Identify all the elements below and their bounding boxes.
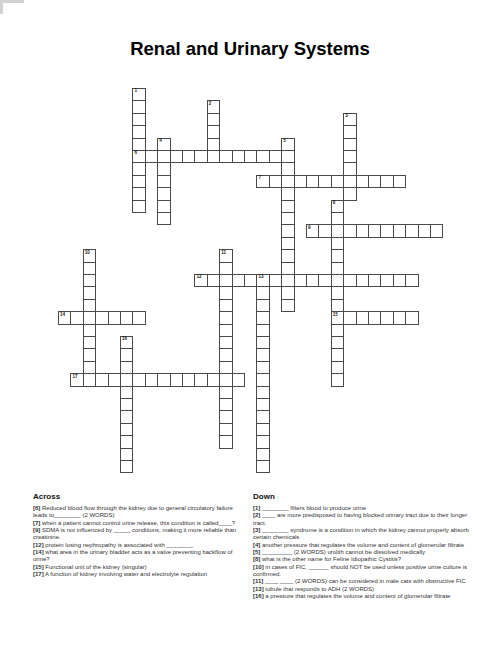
grid-cell[interactable]	[331, 175, 344, 188]
grid-cell[interactable]	[256, 150, 269, 163]
grid-cell[interactable]	[256, 336, 269, 349]
grid-cell[interactable]	[256, 386, 269, 399]
grid-cell[interactable]	[83, 336, 96, 349]
clue-item: [9] SDMA is not influenced by _____ cond…	[33, 527, 246, 542]
grid-cell[interactable]	[120, 348, 133, 361]
grid-cell[interactable]	[219, 348, 232, 361]
grid-cell[interactable]	[83, 348, 96, 361]
grid-cell[interactable]: 6	[132, 150, 145, 163]
grid-cell[interactable]: 9	[306, 224, 319, 237]
grid-cell[interactable]	[380, 175, 393, 188]
grid-cell[interactable]	[393, 175, 406, 188]
grid-cell[interactable]	[219, 336, 232, 349]
grid-cell[interactable]	[83, 324, 96, 337]
grid-cell[interactable]	[219, 299, 232, 312]
grid-cell[interactable]	[418, 224, 431, 237]
grid-cell[interactable]	[120, 386, 133, 399]
grid-cell[interactable]: 5	[281, 138, 294, 151]
grid-cell[interactable]	[331, 262, 344, 275]
cell-clue-number: 7	[258, 176, 261, 181]
grid-cell[interactable]: 15	[331, 311, 344, 324]
grid-cell[interactable]	[120, 448, 133, 461]
clue-number: [13]	[253, 586, 264, 592]
clue-item: [16] a pressure that regulates the volum…	[253, 593, 471, 600]
down-clue-list: [1] ________ filters blood to produce ur…	[253, 505, 471, 600]
grid-cell[interactable]	[132, 200, 145, 213]
grid-cell[interactable]	[343, 138, 356, 151]
grid-cell[interactable]	[157, 200, 170, 213]
across-clues-column: Across [6] Reduced blood flow through th…	[33, 492, 246, 578]
grid-cell[interactable]	[405, 311, 418, 324]
clue-number: [17]	[33, 571, 44, 577]
grid-cell[interactable]	[356, 274, 369, 287]
grid-cell[interactable]	[120, 435, 133, 448]
clue-number: [16]	[253, 593, 264, 599]
grid-cell[interactable]	[281, 175, 294, 188]
grid-cell[interactable]	[207, 125, 220, 138]
grid-cell[interactable]	[170, 373, 183, 386]
grid-cell[interactable]: 1	[132, 88, 145, 101]
grid-cell[interactable]	[331, 336, 344, 349]
grid-cell[interactable]	[194, 150, 207, 163]
cell-clue-number: 3	[345, 114, 348, 119]
grid-cell[interactable]	[331, 361, 344, 374]
cell-clue-number: 2	[209, 102, 212, 107]
grid-cell[interactable]	[83, 286, 96, 299]
grid-cell[interactable]	[207, 274, 220, 287]
grid-cell[interactable]	[281, 224, 294, 237]
grid-cell[interactable]	[281, 274, 294, 287]
crossword-page: Renal and Urinary Systems 12345678910111…	[0, 0, 500, 647]
clue-item: [5] _________ (2 WORDS) urolith cannot b…	[253, 549, 471, 556]
grid-cell[interactable]	[83, 299, 96, 312]
cell-clue-number: 15	[333, 313, 338, 318]
grid-cell[interactable]	[207, 373, 220, 386]
grid-cell[interactable]	[256, 435, 269, 448]
grid-cell[interactable]: 13	[256, 274, 269, 287]
grid-cell[interactable]	[343, 187, 356, 200]
clue-item: [17] A function of kidney involving wate…	[33, 571, 246, 578]
grid-cell[interactable]	[356, 224, 369, 237]
grid-cell[interactable]	[306, 175, 319, 188]
clue-number: [7]	[33, 520, 40, 526]
grid-cell[interactable]	[256, 398, 269, 411]
clue-number: [15]	[33, 564, 44, 570]
grid-cell[interactable]	[343, 274, 356, 287]
grid-cell[interactable]	[343, 224, 356, 237]
grid-cell[interactable]	[157, 150, 170, 163]
grid-cell[interactable]	[108, 373, 121, 386]
grid-cell[interactable]	[219, 373, 232, 386]
grid-cell[interactable]	[368, 311, 381, 324]
grid-cell[interactable]	[120, 423, 133, 436]
grid-cell[interactable]	[318, 175, 331, 188]
grid-cell[interactable]	[368, 224, 381, 237]
grid-cell[interactable]	[70, 311, 83, 324]
grid-cell[interactable]	[132, 373, 145, 386]
grid-cell[interactable]	[294, 274, 307, 287]
cell-clue-number: 14	[60, 313, 65, 318]
grid-cell[interactable]	[256, 460, 269, 473]
grid-cell[interactable]	[145, 150, 158, 163]
grid-cell[interactable]	[343, 125, 356, 138]
grid-cell[interactable]	[207, 138, 220, 151]
grid-cell[interactable]	[83, 373, 96, 386]
grid-cell[interactable]	[132, 138, 145, 151]
cell-clue-number: 9	[308, 226, 311, 231]
grid-cell[interactable]	[306, 274, 319, 287]
grid-cell[interactable]	[256, 361, 269, 374]
grid-cell[interactable]	[393, 224, 406, 237]
clue-item: [13] tubule that responds to ADH (2 WORD…	[253, 586, 471, 593]
grid-cell[interactable]	[256, 324, 269, 337]
cell-clue-number: 13	[258, 275, 263, 280]
clue-number: [14]	[33, 549, 44, 555]
grid-cell[interactable]	[343, 175, 356, 188]
grid-cell[interactable]	[281, 212, 294, 225]
grid-cell[interactable]	[157, 373, 170, 386]
page-title: Renal and Urinary Systems	[0, 38, 500, 60]
grid-cell[interactable]	[219, 423, 232, 436]
grid-cell[interactable]	[232, 274, 245, 287]
grid-cell[interactable]	[232, 373, 245, 386]
grid-cell[interactable]	[219, 386, 232, 399]
cell-clue-number: 11	[221, 251, 226, 256]
cell-clue-number: 5	[283, 139, 286, 144]
clue-item: [15] Functional unit of the kidney (sing…	[33, 564, 246, 571]
clue-number: [8]	[253, 556, 260, 562]
grid-cell[interactable]	[132, 113, 145, 126]
grid-cell[interactable]: 4	[157, 138, 170, 151]
grid-cell[interactable]	[256, 410, 269, 423]
clue-number: [11]	[253, 578, 263, 584]
grid-cell[interactable]	[194, 373, 207, 386]
grid-cell[interactable]	[331, 299, 344, 312]
clue-item: [6] Reduced blood flow through the kidne…	[33, 505, 246, 520]
grid-cell[interactable]	[95, 373, 108, 386]
cell-clue-number: 10	[85, 251, 90, 256]
down-header: Down	[253, 492, 471, 501]
grid-cell[interactable]	[120, 410, 133, 423]
grid-cell[interactable]	[343, 162, 356, 175]
grid-cell[interactable]	[405, 224, 418, 237]
grid-cell[interactable]	[120, 373, 133, 386]
grid-cell[interactable]	[281, 286, 294, 299]
grid-cell[interactable]	[219, 410, 232, 423]
grid-cell[interactable]	[256, 299, 269, 312]
grid-cell[interactable]	[380, 224, 393, 237]
grid-cell[interactable]	[331, 224, 344, 237]
grid-cell[interactable]	[343, 150, 356, 163]
grid-cell[interactable]	[331, 373, 344, 386]
grid-cell[interactable]	[83, 274, 96, 287]
clue-number: [1]	[253, 505, 260, 511]
grid-cell[interactable]	[207, 113, 220, 126]
grid-cell[interactable]	[281, 150, 294, 163]
grid-cell[interactable]	[331, 348, 344, 361]
clue-number: [5]	[253, 549, 260, 555]
grid-cell[interactable]	[380, 274, 393, 287]
grid-cell[interactable]	[281, 299, 294, 312]
grid-cell[interactable]	[132, 125, 145, 138]
grid-cell[interactable]	[256, 286, 269, 299]
grid-cell[interactable]	[120, 460, 133, 473]
clue-item: [3] ________ syndrome is a condition in …	[253, 527, 471, 542]
grid-cell[interactable]	[281, 162, 294, 175]
clue-item: [12] protein losing nephropathy is assoc…	[33, 542, 246, 549]
grid-cell[interactable]	[182, 150, 195, 163]
clue-item: [2] ____ are more predisposed to having …	[253, 512, 471, 527]
grid-cell[interactable]	[269, 175, 282, 188]
grid-cell[interactable]	[331, 212, 344, 225]
grid-cell[interactable]: 7	[256, 175, 269, 188]
cell-clue-number: 6	[134, 151, 137, 156]
cell-clue-number: 1	[134, 89, 137, 94]
grid-cell[interactable]	[132, 175, 145, 188]
grid-cell[interactable]	[318, 224, 331, 237]
grid-cell[interactable]	[120, 311, 133, 324]
grid-cell[interactable]	[132, 100, 145, 113]
clue-item: [1] ________ filters blood to produce ur…	[253, 505, 471, 512]
grid-cell[interactable]	[244, 274, 257, 287]
grid-cell[interactable]	[294, 175, 307, 188]
grid-cell[interactable]: 17	[70, 373, 83, 386]
clue-item: [11] ____ ____ (2 WORDS) can be consider…	[253, 578, 471, 585]
grid-cell[interactable]: 16	[120, 336, 133, 349]
grid-cell[interactable]	[182, 373, 195, 386]
grid-cell[interactable]	[281, 187, 294, 200]
grid-cell[interactable]	[256, 373, 269, 386]
clue-number: [12]	[33, 542, 44, 548]
down-clues-column: Down [1] ________ filters blood to produ…	[253, 492, 471, 600]
grid-cell[interactable]	[281, 237, 294, 250]
grid-cell[interactable]	[232, 150, 245, 163]
cell-clue-number: 4	[159, 139, 162, 144]
crossword-grid: 1234567891011121314151617	[58, 88, 443, 474]
grid-cell[interactable]	[343, 311, 356, 324]
grid-cell[interactable]	[331, 249, 344, 262]
grid-cell[interactable]	[380, 311, 393, 324]
grid-cell[interactable]	[256, 311, 269, 324]
corner-artifact	[0, 0, 24, 14]
clue-number: [2]	[253, 512, 260, 518]
grid-cell[interactable]: 8	[331, 200, 344, 213]
cell-clue-number: 17	[72, 375, 77, 380]
grid-cell[interactable]	[170, 150, 183, 163]
cell-clue-number: 12	[196, 275, 201, 280]
grid-cell[interactable]	[368, 274, 381, 287]
clue-item: [10] in cases of FIC, ______ should NOT …	[253, 564, 471, 579]
grid-cell[interactable]	[256, 423, 269, 436]
grid-cell[interactable]	[244, 150, 257, 163]
grid-cell[interactable]	[219, 361, 232, 374]
grid-cell[interactable]	[281, 249, 294, 262]
grid-cell[interactable]	[269, 150, 282, 163]
grid-cell[interactable]	[207, 150, 220, 163]
grid-cell[interactable]	[157, 187, 170, 200]
grid-cell[interactable]	[269, 274, 282, 287]
grid-cell[interactable]	[120, 361, 133, 374]
clue-number: [4]	[253, 542, 260, 548]
grid-cell[interactable]: 3	[343, 113, 356, 126]
grid-cell[interactable]	[331, 324, 344, 337]
clue-number: [3]	[253, 527, 260, 533]
grid-cell[interactable]	[108, 311, 121, 324]
grid-cell[interactable]	[356, 311, 369, 324]
grid-cell[interactable]	[256, 448, 269, 461]
grid-cell[interactable]	[83, 361, 96, 374]
clue-item: [14] what area in the urinary bladder ac…	[33, 549, 246, 564]
grid-cell[interactable]	[281, 200, 294, 213]
grid-cell[interactable]: 10	[83, 249, 96, 262]
grid-cell[interactable]	[219, 150, 232, 163]
clue-number: [9]	[33, 527, 40, 533]
grid-cell[interactable]	[219, 286, 232, 299]
grid-cell[interactable]	[368, 175, 381, 188]
cell-clue-number: 16	[122, 337, 127, 342]
across-clue-list: [6] Reduced blood flow through the kidne…	[33, 505, 246, 578]
clue-item: [7] when a patient cannot control urine …	[33, 520, 246, 527]
grid-cell[interactable]	[318, 274, 331, 287]
grid-cell[interactable]: 2	[207, 100, 220, 113]
grid-cell[interactable]: 11	[219, 249, 232, 262]
grid-cell[interactable]	[157, 212, 170, 225]
grid-cell[interactable]: 12	[194, 274, 207, 287]
grid-cell[interactable]	[219, 398, 232, 411]
grid-cell[interactable]	[83, 311, 96, 324]
grid-cell[interactable]	[132, 187, 145, 200]
grid-cell[interactable]	[132, 311, 145, 324]
clue-number: [6]	[33, 505, 40, 511]
grid-cell[interactable]	[393, 311, 406, 324]
grid-cell[interactable]	[157, 175, 170, 188]
grid-cell[interactable]	[95, 311, 108, 324]
cell-clue-number: 8	[333, 201, 336, 206]
grid-cell[interactable]	[281, 262, 294, 275]
grid-cell[interactable]	[331, 274, 344, 287]
grid-cell[interactable]	[331, 286, 344, 299]
grid-cell[interactable]	[256, 348, 269, 361]
across-header: Across	[33, 492, 246, 501]
grid-cell[interactable]	[331, 237, 344, 250]
clue-number: [10]	[253, 564, 264, 570]
grid-cell[interactable]	[219, 324, 232, 337]
grid-cell[interactable]	[219, 311, 232, 324]
grid-cell[interactable]	[405, 274, 418, 287]
grid-cell[interactable]	[157, 162, 170, 175]
grid-cell[interactable]	[132, 162, 145, 175]
grid-cell[interactable]: 14	[58, 311, 71, 324]
grid-cell[interactable]	[430, 224, 443, 237]
grid-cell[interactable]	[356, 175, 369, 188]
grid-cell[interactable]	[219, 435, 232, 448]
grid-cell[interactable]	[83, 262, 96, 275]
grid-cell[interactable]	[120, 398, 133, 411]
clue-item: [4] another pressure that regulates the …	[253, 542, 471, 549]
grid-cell[interactable]	[219, 274, 232, 287]
grid-cell[interactable]	[145, 373, 158, 386]
grid-cell[interactable]	[393, 274, 406, 287]
clue-item: [8] what is the other name for Feline Id…	[253, 556, 471, 563]
grid-cell[interactable]	[219, 262, 232, 275]
